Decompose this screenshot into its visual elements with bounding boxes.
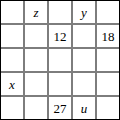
grid-cell-r3c3[interactable] bbox=[49, 49, 71, 71]
grid-cell-r2c5: 18 bbox=[97, 25, 119, 47]
grid-cell-r5c4: u bbox=[73, 97, 95, 119]
grid-cell-r2c1[interactable] bbox=[1, 25, 23, 47]
grid-cell-r2c2[interactable] bbox=[25, 25, 47, 47]
grid-cell-r4c4[interactable] bbox=[73, 73, 95, 95]
grid-cell-r2c4[interactable] bbox=[73, 25, 95, 47]
grid-cell-r4c2[interactable] bbox=[25, 73, 47, 95]
grid-cell-r5c1[interactable] bbox=[1, 97, 23, 119]
grid-cell-r5c2[interactable] bbox=[25, 97, 47, 119]
grid-cell-r5c5[interactable] bbox=[97, 97, 119, 119]
grid-cell-r1c3[interactable] bbox=[49, 1, 71, 23]
grid-cell-r3c4[interactable] bbox=[73, 49, 95, 71]
grid-cell-r3c5[interactable] bbox=[97, 49, 119, 71]
grid-cell-r3c1[interactable] bbox=[1, 49, 23, 71]
grid-cell-r4c3[interactable] bbox=[49, 73, 71, 95]
grid-cell-r4c1: x bbox=[1, 73, 23, 95]
grid-cell-r1c2: z bbox=[25, 1, 47, 23]
grid-cell-r3c2[interactable] bbox=[25, 49, 47, 71]
grid-cell-r1c1[interactable] bbox=[1, 1, 23, 23]
grid-cell-r5c3: 27 bbox=[49, 97, 71, 119]
grid-cell-r2c3: 12 bbox=[49, 25, 71, 47]
grid-cell-r1c5[interactable] bbox=[97, 1, 119, 23]
puzzle-board: zy1218x27u bbox=[0, 0, 120, 120]
grid-cell-r4c5[interactable] bbox=[97, 73, 119, 95]
grid-cell-r1c4: y bbox=[73, 1, 95, 23]
